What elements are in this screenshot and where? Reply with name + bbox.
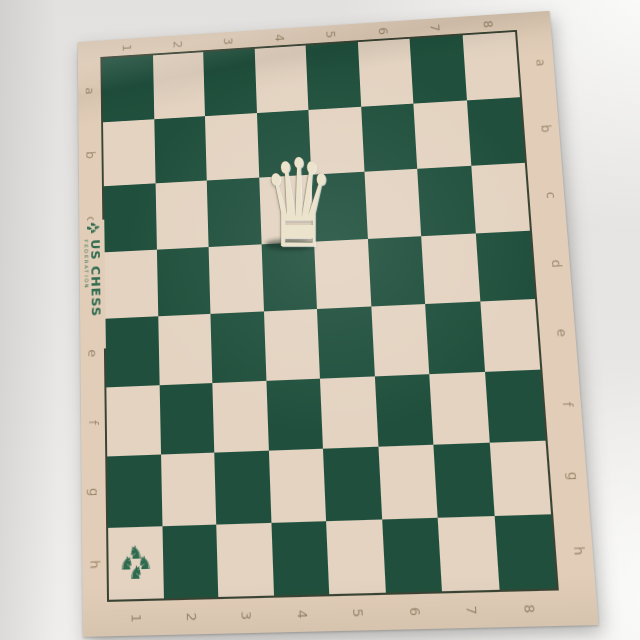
square-f3[interactable] [212, 380, 268, 452]
square-h3[interactable] [216, 522, 273, 597]
square-g7[interactable] [433, 443, 494, 518]
square-g5[interactable] [323, 447, 382, 521]
square-f7[interactable] [429, 371, 489, 444]
square-d7[interactable] [421, 233, 480, 304]
square-a7[interactable] [410, 35, 467, 103]
square-f5[interactable] [320, 376, 378, 449]
four-knights-diamond-logo: ♞♞♞♞ [112, 532, 159, 593]
square-f4[interactable] [266, 378, 323, 451]
square-a6[interactable] [357, 39, 413, 107]
square-c8[interactable] [471, 163, 530, 233]
knight-icon: ♞ [128, 563, 144, 581]
square-a4[interactable] [254, 45, 308, 112]
square-a3[interactable] [203, 49, 256, 116]
square-e7[interactable] [425, 301, 484, 373]
piece-overlay: ♛ [256, 156, 322, 252]
square-d6[interactable] [367, 236, 425, 307]
square-d3[interactable] [209, 244, 264, 314]
square-d8[interactable] [475, 230, 535, 301]
square-b2[interactable] [154, 116, 207, 184]
square-g8[interactable] [489, 441, 551, 516]
square-a8[interactable] [462, 32, 520, 100]
square-e6[interactable] [371, 304, 429, 376]
square-h1[interactable]: ♞♞♞♞ [108, 526, 163, 600]
square-h8[interactable] [494, 514, 556, 590]
chess-board-grid: ♞♞♞♞ [102, 32, 556, 600]
square-b6[interactable] [361, 103, 418, 172]
square-b3[interactable] [205, 113, 259, 181]
square-f6[interactable] [374, 374, 433, 447]
square-e4[interactable] [263, 309, 319, 380]
square-c7[interactable] [417, 166, 475, 236]
square-b7[interactable] [413, 100, 470, 169]
square-a2[interactable] [153, 52, 205, 119]
square-h2[interactable] [162, 524, 218, 598]
wordmark-subtitle: FEDERATION [83, 240, 89, 318]
square-c6[interactable] [364, 169, 421, 239]
square-e8[interactable] [480, 299, 540, 371]
square-e3[interactable] [210, 311, 265, 382]
square-h7[interactable] [438, 515, 499, 591]
white-queen[interactable]: ♛ [263, 157, 316, 252]
knight-icon: ♞ [85, 225, 92, 231]
square-c3[interactable] [207, 178, 261, 247]
square-c2[interactable] [155, 180, 208, 249]
square-a5[interactable] [306, 42, 361, 109]
square-d1[interactable] [105, 249, 158, 319]
square-a1[interactable] [102, 55, 154, 121]
square-e2[interactable] [158, 314, 213, 385]
square-f2[interactable] [159, 383, 214, 455]
square-d2[interactable] [156, 247, 210, 317]
chess-mat: 12345678 12345678 abcdefgh abcdefgh ♞♞♞♞… [78, 11, 599, 637]
square-c1[interactable] [104, 183, 157, 251]
square-h6[interactable] [382, 517, 442, 592]
square-g6[interactable] [378, 445, 438, 519]
square-g3[interactable] [214, 451, 271, 524]
us-chess-diamond-icon: ♞♞♞♞ [83, 220, 102, 236]
square-h5[interactable] [326, 519, 385, 594]
square-b8[interactable] [466, 97, 524, 166]
square-e5[interactable] [317, 307, 374, 379]
square-b1[interactable] [103, 119, 155, 186]
backdrop-surface: 12345678 12345678 abcdefgh abcdefgh ♞♞♞♞… [0, 0, 640, 640]
square-g2[interactable] [161, 453, 217, 526]
square-e1[interactable] [106, 316, 160, 387]
wordmark-title: US CHESS [89, 239, 102, 317]
square-h4[interactable] [271, 521, 329, 596]
square-f8[interactable] [484, 369, 545, 443]
us-chess-wordmark: ♞♞♞♞ US CHESS FEDERATION [80, 220, 106, 350]
square-f1[interactable] [106, 385, 160, 457]
square-g1[interactable] [107, 455, 162, 528]
square-g4[interactable] [268, 449, 326, 523]
